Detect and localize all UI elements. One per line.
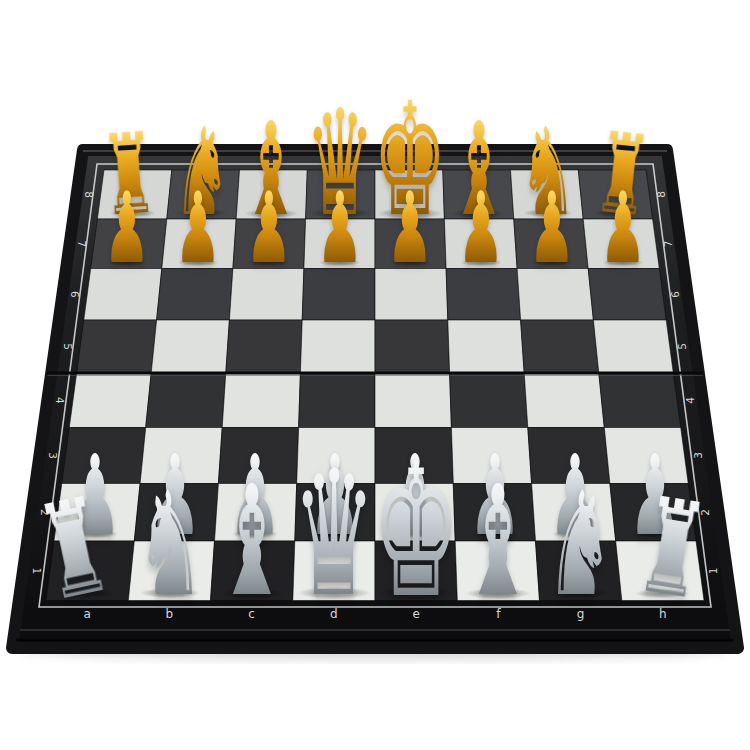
square-c5[interactable] xyxy=(226,320,302,373)
square-h4[interactable] xyxy=(599,373,681,428)
square-f5[interactable] xyxy=(448,320,524,373)
rank-label-right-4: 4 xyxy=(684,397,696,404)
square-d4[interactable] xyxy=(299,373,375,428)
square-d5[interactable] xyxy=(300,320,375,373)
square-a5[interactable] xyxy=(77,320,157,373)
square-e4[interactable] xyxy=(375,373,451,428)
rank-label-right-5: 5 xyxy=(676,343,688,350)
square-b5[interactable] xyxy=(151,320,229,373)
square-a4[interactable] xyxy=(69,373,151,428)
rank-label-left-4: 4 xyxy=(54,397,66,404)
rank-label-left-6: 6 xyxy=(69,291,81,298)
square-f4[interactable] xyxy=(450,373,528,428)
square-g4[interactable] xyxy=(524,373,604,428)
piece-silver-rook-h1[interactable]: ♜ xyxy=(583,472,750,627)
rank-label-right-6: 6 xyxy=(669,291,681,298)
piece-gold-pawn-h7[interactable]: ♟ xyxy=(554,180,692,278)
square-h5[interactable] xyxy=(593,320,673,373)
square-c4[interactable] xyxy=(222,373,300,428)
chess-set-photo: abcdefgh1122334455667788 ♜♞♝♛♚♝♞♜♟♟♟♟♟♟♟… xyxy=(0,0,750,750)
rank-label-left-5: 5 xyxy=(62,343,74,350)
square-g5[interactable] xyxy=(521,320,599,373)
square-e5[interactable] xyxy=(375,320,450,373)
square-b4[interactable] xyxy=(146,373,226,428)
